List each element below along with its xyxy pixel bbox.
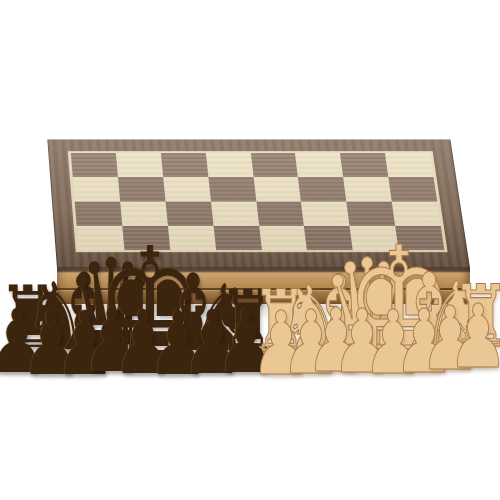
pieces-layer: ♜♞♝♛♚♝♞♜♜♞♝♛♚♝♞♜♟♟♟♟♟♟♟♟♟♟♟♟♟♟♟♟ [0, 0, 500, 500]
piece-light-pawn-8: ♟ [447, 293, 500, 381]
product-photo: ♜♞♝♛♚♝♞♜♜♞♝♛♚♝♞♜♟♟♟♟♟♟♟♟♟♟♟♟♟♟♟♟ [0, 0, 500, 500]
